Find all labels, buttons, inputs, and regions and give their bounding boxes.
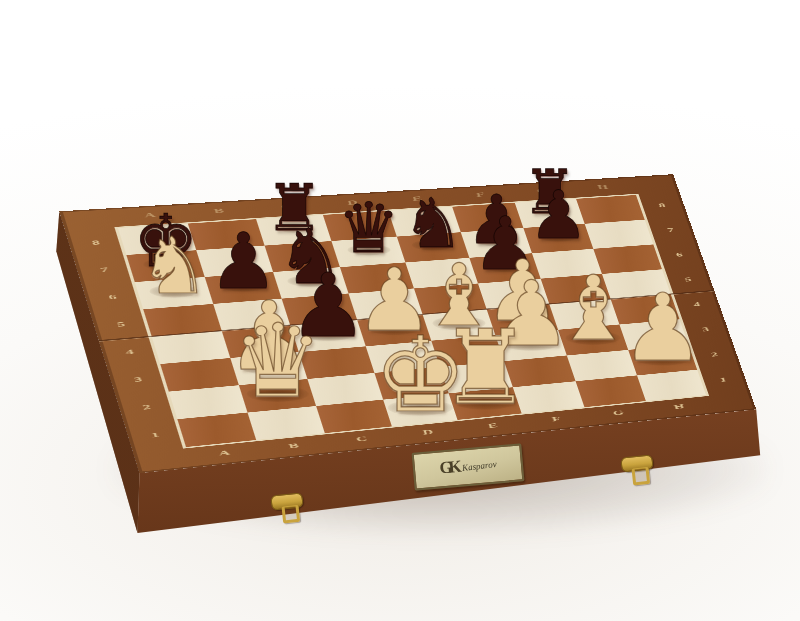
rank-label-right-8: 8 bbox=[651, 202, 673, 209]
product-photo-stage: AA11BB22CC33DD44EE55FF66GG77HH88 GK Kasp… bbox=[0, 0, 800, 621]
rank-label-left-4: 4 bbox=[116, 348, 142, 357]
white-queen-b2[interactable]: ♛ bbox=[232, 311, 323, 412]
file-label-far-h: H bbox=[592, 184, 614, 191]
file-label-far-b: B bbox=[206, 207, 231, 215]
rank-label-right-1: 1 bbox=[712, 376, 734, 384]
rank-label-left-2: 2 bbox=[133, 403, 159, 412]
rank-label-left-1: 1 bbox=[142, 431, 168, 440]
brass-latch-right[interactable] bbox=[620, 454, 653, 472]
rank-label-right-7: 7 bbox=[660, 226, 682, 233]
file-label-near-h: H bbox=[668, 403, 691, 411]
rank-label-right-6: 6 bbox=[668, 251, 690, 259]
rank-label-left-5: 5 bbox=[108, 320, 134, 329]
rank-label-left-3: 3 bbox=[125, 375, 151, 384]
file-label-near-g: G bbox=[607, 409, 630, 417]
white-pawn-h2[interactable]: ♟ bbox=[621, 282, 705, 375]
file-label-near-f: F bbox=[545, 415, 568, 424]
rank-label-right-2: 2 bbox=[703, 351, 725, 359]
white-king-d1[interactable]: ♚ bbox=[374, 322, 467, 426]
file-label-near-b: B bbox=[281, 442, 306, 451]
file-label-near-a: A bbox=[211, 449, 237, 458]
rank-label-left-6: 6 bbox=[100, 293, 126, 302]
rank-label-left-7: 7 bbox=[91, 266, 117, 274]
gk-monogram: GK bbox=[439, 457, 459, 479]
brass-latch-left[interactable] bbox=[270, 492, 303, 510]
white-knight-a6[interactable]: ♞ bbox=[139, 227, 209, 305]
file-label-near-c: C bbox=[349, 435, 374, 444]
rank-label-left-8: 8 bbox=[83, 239, 109, 247]
kasparov-signature: Kasparov bbox=[461, 459, 497, 473]
